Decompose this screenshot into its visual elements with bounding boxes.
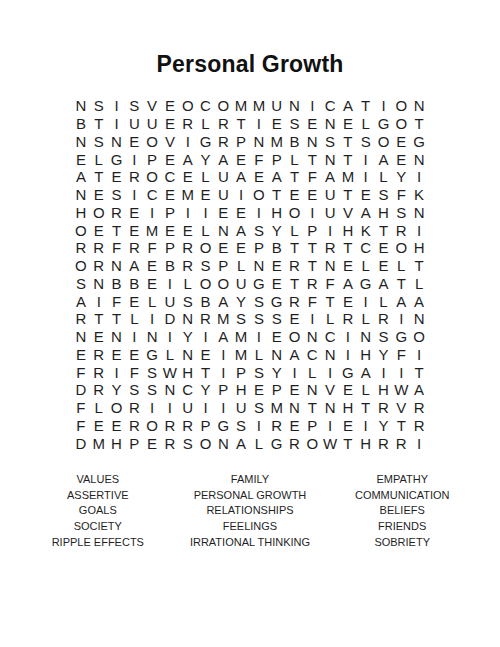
grid-cell[interactable]: G [250, 275, 268, 293]
grid-cell[interactable]: N [303, 381, 321, 399]
grid-cell[interactable]: T [286, 239, 304, 257]
grid-cell[interactable]: H [232, 381, 250, 399]
grid-cell[interactable]: E [90, 328, 108, 346]
grid-cell[interactable]: L [250, 434, 268, 452]
grid-cell[interactable]: O [392, 239, 410, 257]
grid-cell[interactable]: G [214, 417, 232, 435]
grid-cell[interactable]: I [410, 168, 428, 186]
grid-cell[interactable]: I [286, 363, 304, 381]
grid-cell[interactable]: F [303, 168, 321, 186]
grid-cell[interactable]: B [268, 239, 286, 257]
grid-cell[interactable]: A [232, 221, 250, 239]
grid-cell[interactable]: N [179, 310, 197, 328]
grid-cell[interactable]: L [179, 275, 197, 293]
grid-cell[interactable]: R [339, 310, 357, 328]
grid-cell[interactable]: N [250, 133, 268, 151]
grid-cell[interactable]: A [357, 363, 375, 381]
grid-cell[interactable]: A [339, 275, 357, 293]
grid-cell[interactable]: S [250, 221, 268, 239]
grid-cell[interactable]: R [125, 168, 143, 186]
grid-cell[interactable]: G [410, 133, 428, 151]
grid-cell[interactable]: O [72, 257, 90, 275]
grid-cell[interactable]: T [197, 363, 215, 381]
grid-cell[interactable]: I [161, 399, 179, 417]
grid-cell[interactable]: O [143, 168, 161, 186]
grid-cell[interactable]: I [410, 346, 428, 364]
grid-cell[interactable]: Y [179, 328, 197, 346]
grid-cell[interactable]: K [357, 221, 375, 239]
grid-cell[interactable]: Y [108, 381, 126, 399]
grid-cell[interactable]: L [143, 292, 161, 310]
grid-cell[interactable]: G [268, 292, 286, 310]
grid-cell[interactable]: H [72, 204, 90, 222]
grid-cell[interactable]: L [392, 257, 410, 275]
grid-cell[interactable]: E [108, 417, 126, 435]
grid-cell[interactable]: M [250, 97, 268, 115]
grid-cell[interactable]: L [232, 257, 250, 275]
grid-cell[interactable]: T [339, 150, 357, 168]
grid-cell[interactable]: V [161, 133, 179, 151]
grid-cell[interactable]: I [214, 346, 232, 364]
grid-cell[interactable]: G [357, 275, 375, 293]
grid-cell[interactable]: N [72, 133, 90, 151]
grid-cell[interactable]: V [143, 97, 161, 115]
grid-cell[interactable]: I [250, 417, 268, 435]
grid-cell[interactable]: R [375, 434, 393, 452]
grid-cell[interactable]: E [214, 204, 232, 222]
grid-cell[interactable]: I [108, 363, 126, 381]
grid-cell[interactable]: I [303, 97, 321, 115]
grid-cell[interactable]: P [214, 257, 232, 275]
grid-cell[interactable]: S [72, 275, 90, 293]
grid-cell[interactable]: F [392, 346, 410, 364]
grid-cell[interactable]: V [392, 399, 410, 417]
grid-cell[interactable]: E [392, 133, 410, 151]
grid-cell[interactable]: O [197, 275, 215, 293]
grid-cell[interactable]: S [250, 310, 268, 328]
grid-cell[interactable]: I [179, 133, 197, 151]
grid-cell[interactable]: S [232, 417, 250, 435]
grid-cell[interactable]: O [392, 97, 410, 115]
grid-cell[interactable]: P [214, 381, 232, 399]
grid-cell[interactable]: I [339, 328, 357, 346]
grid-cell[interactable]: R [286, 257, 304, 275]
grid-cell[interactable]: N [321, 257, 339, 275]
grid-cell[interactable]: E [250, 168, 268, 186]
grid-cell[interactable]: E [268, 115, 286, 133]
grid-cell[interactable]: I [392, 310, 410, 328]
grid-cell[interactable]: E [108, 168, 126, 186]
grid-cell[interactable]: K [410, 186, 428, 204]
grid-cell[interactable]: S [250, 292, 268, 310]
grid-cell[interactable]: S [143, 381, 161, 399]
grid-cell[interactable]: T [303, 257, 321, 275]
grid-cell[interactable]: T [339, 239, 357, 257]
grid-cell[interactable]: R [197, 310, 215, 328]
grid-cell[interactable]: P [232, 363, 250, 381]
grid-cell[interactable]: A [268, 168, 286, 186]
grid-cell[interactable]: S [286, 115, 304, 133]
grid-cell[interactable]: C [179, 381, 197, 399]
grid-cell[interactable]: T [410, 257, 428, 275]
grid-cell[interactable]: N [321, 399, 339, 417]
grid-cell[interactable]: E [197, 346, 215, 364]
grid-cell[interactable]: F [250, 150, 268, 168]
grid-cell[interactable]: L [161, 346, 179, 364]
grid-cell[interactable]: U [214, 168, 232, 186]
grid-cell[interactable]: E [250, 381, 268, 399]
grid-cell[interactable]: B [161, 257, 179, 275]
grid-cell[interactable]: B [108, 275, 126, 293]
grid-cell[interactable]: M [90, 434, 108, 452]
grid-cell[interactable]: C [143, 186, 161, 204]
grid-cell[interactable]: U [214, 186, 232, 204]
grid-cell[interactable]: E [303, 186, 321, 204]
grid-cell[interactable]: L [357, 381, 375, 399]
grid-cell[interactable]: B [72, 115, 90, 133]
grid-cell[interactable]: T [357, 399, 375, 417]
grid-cell[interactable]: N [303, 133, 321, 151]
grid-cell[interactable]: O [214, 275, 232, 293]
grid-cell[interactable]: N [286, 97, 304, 115]
grid-cell[interactable]: H [357, 434, 375, 452]
grid-cell[interactable]: F [303, 292, 321, 310]
grid-cell[interactable]: E [90, 221, 108, 239]
grid-cell[interactable]: N [72, 97, 90, 115]
grid-cell[interactable]: S [125, 97, 143, 115]
grid-cell[interactable]: A [214, 328, 232, 346]
grid-cell[interactable]: G [108, 150, 126, 168]
grid-cell[interactable]: E [286, 186, 304, 204]
grid-cell[interactable]: B [286, 133, 304, 151]
grid-cell[interactable]: I [143, 399, 161, 417]
grid-cell[interactable]: T [286, 168, 304, 186]
grid-cell[interactable]: U [179, 399, 197, 417]
grid-cell[interactable]: T [321, 292, 339, 310]
grid-cell[interactable]: P [161, 204, 179, 222]
grid-cell[interactable]: N [72, 186, 90, 204]
grid-cell[interactable]: N [161, 381, 179, 399]
grid-cell[interactable]: M [339, 168, 357, 186]
grid-cell[interactable]: Y [375, 346, 393, 364]
grid-cell[interactable]: N [303, 328, 321, 346]
grid-cell[interactable]: S [197, 257, 215, 275]
grid-cell[interactable]: E [197, 186, 215, 204]
grid-cell[interactable]: R [375, 399, 393, 417]
grid-cell[interactable]: R [268, 417, 286, 435]
grid-cell[interactable]: L [410, 275, 428, 293]
grid-cell[interactable]: I [197, 328, 215, 346]
grid-cell[interactable]: H [339, 399, 357, 417]
grid-cell[interactable]: L [321, 310, 339, 328]
grid-cell[interactable]: Y [268, 363, 286, 381]
grid-cell[interactable]: P [250, 239, 268, 257]
grid-cell[interactable]: R [72, 239, 90, 257]
grid-cell[interactable]: L [90, 399, 108, 417]
grid-cell[interactable]: D [72, 434, 90, 452]
grid-cell[interactable]: I [250, 204, 268, 222]
grid-cell[interactable]: S [179, 434, 197, 452]
grid-cell[interactable]: R [90, 346, 108, 364]
grid-cell[interactable]: I [375, 97, 393, 115]
grid-cell[interactable]: T [90, 115, 108, 133]
grid-cell[interactable]: R [321, 239, 339, 257]
grid-cell[interactable]: S [321, 133, 339, 151]
grid-cell[interactable]: U [321, 204, 339, 222]
grid-cell[interactable]: A [375, 150, 393, 168]
grid-cell[interactable]: L [250, 346, 268, 364]
grid-cell[interactable]: O [286, 328, 304, 346]
grid-cell[interactable]: E [339, 257, 357, 275]
grid-cell[interactable]: R [90, 363, 108, 381]
grid-cell[interactable]: E [179, 168, 197, 186]
grid-cell[interactable]: E [179, 221, 197, 239]
grid-cell[interactable]: R [125, 417, 143, 435]
grid-cell[interactable]: N [268, 346, 286, 364]
grid-cell[interactable]: V [321, 381, 339, 399]
grid-cell[interactable]: E [339, 115, 357, 133]
grid-cell[interactable]: L [357, 257, 375, 275]
grid-cell[interactable]: M [232, 97, 250, 115]
grid-cell[interactable]: E [357, 186, 375, 204]
grid-cell[interactable]: I [108, 97, 126, 115]
grid-cell[interactable]: E [143, 257, 161, 275]
grid-cell[interactable]: R [375, 310, 393, 328]
grid-cell[interactable]: U [161, 292, 179, 310]
grid-cell[interactable]: U [232, 275, 250, 293]
grid-cell[interactable]: E [72, 150, 90, 168]
grid-cell[interactable]: N [410, 204, 428, 222]
grid-cell[interactable]: E [108, 346, 126, 364]
grid-cell[interactable]: T [303, 399, 321, 417]
grid-cell[interactable]: L [286, 150, 304, 168]
grid-cell[interactable]: T [357, 97, 375, 115]
grid-cell[interactable]: A [232, 434, 250, 452]
grid-cell[interactable]: I [321, 221, 339, 239]
grid-cell[interactable]: I [125, 328, 143, 346]
grid-cell[interactable]: P [143, 150, 161, 168]
grid-cell[interactable]: N [179, 346, 197, 364]
grid-cell[interactable]: P [125, 434, 143, 452]
grid-cell[interactable]: U [321, 186, 339, 204]
grid-cell[interactable]: T [410, 115, 428, 133]
grid-cell[interactable]: T [232, 115, 250, 133]
grid-cell[interactable]: N [108, 328, 126, 346]
grid-cell[interactable]: S [232, 310, 250, 328]
grid-cell[interactable]: S [143, 363, 161, 381]
grid-cell[interactable]: N [143, 328, 161, 346]
grid-cell[interactable]: E [143, 275, 161, 293]
grid-cell[interactable]: I [214, 399, 232, 417]
grid-cell[interactable]: A [286, 346, 304, 364]
grid-cell[interactable]: Y [197, 150, 215, 168]
grid-cell[interactable]: R [410, 399, 428, 417]
grid-cell[interactable]: R [90, 257, 108, 275]
grid-cell[interactable]: M [268, 399, 286, 417]
grid-cell[interactable]: R [179, 417, 197, 435]
grid-cell[interactable]: I [179, 204, 197, 222]
grid-cell[interactable]: R [179, 239, 197, 257]
grid-cell[interactable]: W [161, 363, 179, 381]
grid-cell[interactable]: O [179, 97, 197, 115]
grid-cell[interactable]: P [232, 133, 250, 151]
grid-cell[interactable]: N [90, 275, 108, 293]
grid-cell[interactable]: L [357, 310, 375, 328]
grid-cell[interactable]: E [339, 417, 357, 435]
grid-cell[interactable]: A [72, 168, 90, 186]
grid-cell[interactable]: R [90, 239, 108, 257]
grid-cell[interactable]: U [232, 399, 250, 417]
grid-cell[interactable]: R [179, 115, 197, 133]
grid-cell[interactable]: E [232, 204, 250, 222]
grid-cell[interactable]: O [108, 399, 126, 417]
grid-cell[interactable]: P [197, 417, 215, 435]
grid-cell[interactable]: F [72, 363, 90, 381]
grid-cell[interactable]: L [357, 115, 375, 133]
grid-cell[interactable]: S [250, 399, 268, 417]
grid-cell[interactable]: V [339, 204, 357, 222]
grid-cell[interactable]: H [268, 204, 286, 222]
grid-cell[interactable]: M [179, 186, 197, 204]
grid-cell[interactable]: T [303, 150, 321, 168]
grid-cell[interactable]: F [108, 239, 126, 257]
grid-cell[interactable]: S [90, 97, 108, 115]
grid-cell[interactable]: P [303, 417, 321, 435]
grid-cell[interactable]: N [321, 115, 339, 133]
grid-cell[interactable]: R [392, 221, 410, 239]
grid-cell[interactable]: I [410, 434, 428, 452]
grid-cell[interactable]: F [143, 239, 161, 257]
grid-cell[interactable]: O [72, 221, 90, 239]
grid-cell[interactable]: L [375, 168, 393, 186]
grid-cell[interactable]: R [125, 239, 143, 257]
grid-cell[interactable]: L [125, 310, 143, 328]
grid-cell[interactable]: T [375, 221, 393, 239]
grid-cell[interactable]: I [321, 363, 339, 381]
grid-cell[interactable]: O [197, 239, 215, 257]
grid-cell[interactable]: E [161, 150, 179, 168]
grid-cell[interactable]: Y [232, 292, 250, 310]
grid-cell[interactable]: E [392, 150, 410, 168]
grid-cell[interactable]: N [410, 150, 428, 168]
grid-cell[interactable]: F [321, 275, 339, 293]
grid-cell[interactable]: T [108, 221, 126, 239]
grid-cell[interactable]: E [161, 97, 179, 115]
grid-cell[interactable]: Y [197, 381, 215, 399]
grid-cell[interactable]: S [375, 328, 393, 346]
grid-cell[interactable]: O [250, 186, 268, 204]
grid-cell[interactable]: E [286, 381, 304, 399]
grid-cell[interactable]: I [339, 346, 357, 364]
grid-cell[interactable]: I [303, 204, 321, 222]
grid-cell[interactable]: C [303, 346, 321, 364]
grid-cell[interactable]: G [268, 434, 286, 452]
grid-cell[interactable]: O [90, 204, 108, 222]
grid-cell[interactable]: N [410, 310, 428, 328]
grid-cell[interactable]: M [268, 133, 286, 151]
grid-cell[interactable]: T [339, 133, 357, 151]
grid-cell[interactable]: O [197, 434, 215, 452]
grid-cell[interactable]: F [72, 399, 90, 417]
grid-cell[interactable]: I [357, 417, 375, 435]
grid-cell[interactable]: E [125, 346, 143, 364]
grid-cell[interactable]: W [321, 434, 339, 452]
grid-cell[interactable]: E [375, 257, 393, 275]
grid-cell[interactable]: H [357, 346, 375, 364]
grid-cell[interactable]: E [125, 292, 143, 310]
grid-cell[interactable]: C [161, 168, 179, 186]
grid-cell[interactable]: O [375, 133, 393, 151]
grid-cell[interactable]: H [410, 239, 428, 257]
grid-cell[interactable]: M [214, 310, 232, 328]
grid-cell[interactable]: E [125, 221, 143, 239]
grid-cell[interactable]: R [108, 204, 126, 222]
grid-cell[interactable]: H [179, 363, 197, 381]
grid-cell[interactable]: R [72, 310, 90, 328]
grid-cell[interactable]: I [303, 310, 321, 328]
grid-cell[interactable]: T [339, 186, 357, 204]
grid-cell[interactable]: G [375, 115, 393, 133]
grid-cell[interactable]: R [286, 434, 304, 452]
grid-cell[interactable]: S [250, 363, 268, 381]
grid-cell[interactable]: N [357, 328, 375, 346]
grid-cell[interactable]: I [125, 186, 143, 204]
grid-cell[interactable]: R [161, 417, 179, 435]
grid-cell[interactable]: P [303, 221, 321, 239]
grid-cell[interactable]: R [303, 275, 321, 293]
grid-cell[interactable]: T [392, 417, 410, 435]
grid-cell[interactable]: I [143, 310, 161, 328]
grid-cell[interactable]: T [90, 310, 108, 328]
grid-cell[interactable]: F [72, 417, 90, 435]
grid-cell[interactable]: T [410, 363, 428, 381]
grid-cell[interactable]: E [72, 346, 90, 364]
grid-cell[interactable]: S [357, 133, 375, 151]
grid-cell[interactable]: F [108, 292, 126, 310]
grid-cell[interactable]: T [392, 275, 410, 293]
grid-cell[interactable]: R [410, 417, 428, 435]
grid-cell[interactable]: O [286, 204, 304, 222]
grid-cell[interactable]: I [250, 115, 268, 133]
grid-cell[interactable]: L [197, 168, 215, 186]
grid-cell[interactable]: A [214, 292, 232, 310]
grid-cell[interactable]: A [375, 275, 393, 293]
grid-cell[interactable]: M [143, 221, 161, 239]
grid-cell[interactable]: R [214, 115, 232, 133]
grid-cell[interactable]: U [143, 115, 161, 133]
grid-cell[interactable]: A [410, 381, 428, 399]
grid-cell[interactable]: R [90, 381, 108, 399]
grid-cell[interactable]: L [90, 150, 108, 168]
grid-cell[interactable]: G [143, 346, 161, 364]
grid-cell[interactable]: O [143, 417, 161, 435]
grid-cell[interactable]: S [268, 310, 286, 328]
grid-cell[interactable]: Y [268, 221, 286, 239]
grid-cell[interactable]: D [161, 310, 179, 328]
grid-cell[interactable]: S [125, 381, 143, 399]
grid-cell[interactable]: D [72, 381, 90, 399]
grid-cell[interactable]: O [410, 328, 428, 346]
grid-cell[interactable]: L [197, 115, 215, 133]
grid-cell[interactable]: A [214, 150, 232, 168]
grid-cell[interactable]: I [321, 417, 339, 435]
grid-cell[interactable]: C [321, 328, 339, 346]
grid-cell[interactable]: I [161, 275, 179, 293]
grid-cell[interactable]: O [303, 434, 321, 452]
grid-cell[interactable]: Y [392, 168, 410, 186]
grid-cell[interactable]: M [232, 328, 250, 346]
grid-cell[interactable]: N [410, 97, 428, 115]
